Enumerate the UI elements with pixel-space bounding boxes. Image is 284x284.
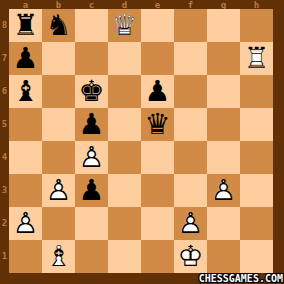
square-f7[interactable] [174,42,207,75]
square-g2[interactable] [207,207,240,240]
square-b5[interactable] [42,108,75,141]
square-h8[interactable] [240,9,273,42]
square-f4[interactable] [174,141,207,174]
white-pawn-icon-outline: ♙ [42,174,75,207]
square-e2[interactable] [141,207,174,240]
square-e6[interactable]: ♟ [141,75,174,108]
black-knight-icon: ♞ [42,9,75,42]
square-e1[interactable] [141,240,174,273]
rank-label-6: 6 [0,75,9,108]
white-pawn-icon-outline: ♙ [9,207,42,240]
watermark-text: CHESSGAMES.COM [199,273,283,284]
square-g1[interactable] [207,240,240,273]
square-b7[interactable] [42,42,75,75]
black-pawn-icon-glyph: ♟ [9,42,42,75]
white-bishop-icon-outline: ♗ [42,240,75,273]
square-h5[interactable] [240,108,273,141]
square-d8[interactable]: ♛♕ [108,9,141,42]
rank-label-2: 2 [0,207,9,240]
square-c8[interactable] [75,9,108,42]
square-c5[interactable]: ♟ [75,108,108,141]
square-a1[interactable] [9,240,42,273]
black-pawn-icon-glyph: ♟ [75,108,108,141]
white-pawn-icon-outline: ♙ [207,174,240,207]
square-b8[interactable]: ♞ [42,9,75,42]
square-h3[interactable] [240,174,273,207]
square-a6[interactable]: ♝ [9,75,42,108]
square-h7[interactable]: ♜♖ [240,42,273,75]
black-king-icon: ♚ [75,75,108,108]
square-h1[interactable] [240,240,273,273]
rank-label-8: 8 [0,9,9,42]
square-b2[interactable] [42,207,75,240]
rank-labels: 87654321 [0,9,9,273]
white-pawn-icon-outline: ♙ [75,141,108,174]
black-king-icon-glyph: ♚ [75,75,108,108]
square-f2[interactable]: ♟♙ [174,207,207,240]
black-pawn-icon: ♟ [75,108,108,141]
white-queen-icon: ♛♕ [108,9,141,42]
square-d7[interactable] [108,42,141,75]
rank-label-5: 5 [0,108,9,141]
square-c1[interactable] [75,240,108,273]
square-b1[interactable]: ♝♗ [42,240,75,273]
black-pawn-icon: ♟ [141,75,174,108]
rank-label-3: 3 [0,174,9,207]
rank-label-1: 1 [0,240,9,273]
square-c3[interactable]: ♟ [75,174,108,207]
black-pawn-icon-glyph: ♟ [75,174,108,207]
square-d3[interactable] [108,174,141,207]
square-a3[interactable] [9,174,42,207]
black-queen-icon-glyph: ♛ [141,108,174,141]
black-knight-icon-glyph: ♞ [42,9,75,42]
square-g6[interactable] [207,75,240,108]
black-rook-icon-glyph: ♜ [9,9,42,42]
square-g8[interactable] [207,9,240,42]
square-a2[interactable]: ♟♙ [9,207,42,240]
square-f3[interactable] [174,174,207,207]
white-pawn-icon: ♟♙ [9,207,42,240]
square-a8[interactable]: ♜ [9,9,42,42]
white-pawn-icon: ♟♙ [174,207,207,240]
square-a5[interactable] [9,108,42,141]
square-g5[interactable] [207,108,240,141]
black-pawn-icon-glyph: ♟ [141,75,174,108]
square-f5[interactable] [174,108,207,141]
chess-board: ♜♞♛♕♟♜♖♝♚♟♟♛♟♙♟♙♟♟♙♟♙♟♙♝♗♚♔ [9,9,273,273]
square-h6[interactable] [240,75,273,108]
rank-label-7: 7 [0,42,9,75]
square-c6[interactable]: ♚ [75,75,108,108]
black-rook-icon: ♜ [9,9,42,42]
square-d4[interactable] [108,141,141,174]
square-f6[interactable] [174,75,207,108]
square-c2[interactable] [75,207,108,240]
square-c4[interactable]: ♟♙ [75,141,108,174]
black-bishop-icon: ♝ [9,75,42,108]
square-g3[interactable]: ♟♙ [207,174,240,207]
square-d1[interactable] [108,240,141,273]
white-rook-icon: ♜♖ [240,42,273,75]
square-f1[interactable]: ♚♔ [174,240,207,273]
square-d2[interactable] [108,207,141,240]
white-pawn-icon: ♟♙ [75,141,108,174]
white-king-icon-outline: ♔ [174,240,207,273]
white-rook-icon-outline: ♖ [240,42,273,75]
square-h2[interactable] [240,207,273,240]
white-pawn-icon-outline: ♙ [174,207,207,240]
rank-label-4: 4 [0,141,9,174]
square-b3[interactable]: ♟♙ [42,174,75,207]
square-e5[interactable]: ♛ [141,108,174,141]
square-f8[interactable] [174,9,207,42]
square-e3[interactable] [141,174,174,207]
square-a4[interactable] [9,141,42,174]
square-d5[interactable] [108,108,141,141]
black-pawn-icon: ♟ [75,174,108,207]
square-e8[interactable] [141,9,174,42]
square-a7[interactable]: ♟ [9,42,42,75]
chess-diagram: abcdefgh 87654321 ♜♞♛♕♟♜♖♝♚♟♟♛♟♙♟♙♟♟♙♟♙♟… [0,0,284,284]
square-b6[interactable] [42,75,75,108]
white-pawn-icon: ♟♙ [207,174,240,207]
white-queen-icon-outline: ♕ [108,9,141,42]
black-bishop-icon-glyph: ♝ [9,75,42,108]
square-c7[interactable] [75,42,108,75]
square-e4[interactable] [141,141,174,174]
white-bishop-icon: ♝♗ [42,240,75,273]
white-pawn-icon: ♟♙ [42,174,75,207]
black-pawn-icon: ♟ [9,42,42,75]
square-d6[interactable] [108,75,141,108]
square-g4[interactable] [207,141,240,174]
white-king-icon: ♚♔ [174,240,207,273]
square-g7[interactable] [207,42,240,75]
black-queen-icon: ♛ [141,108,174,141]
square-e7[interactable] [141,42,174,75]
square-b4[interactable] [42,141,75,174]
square-h4[interactable] [240,141,273,174]
